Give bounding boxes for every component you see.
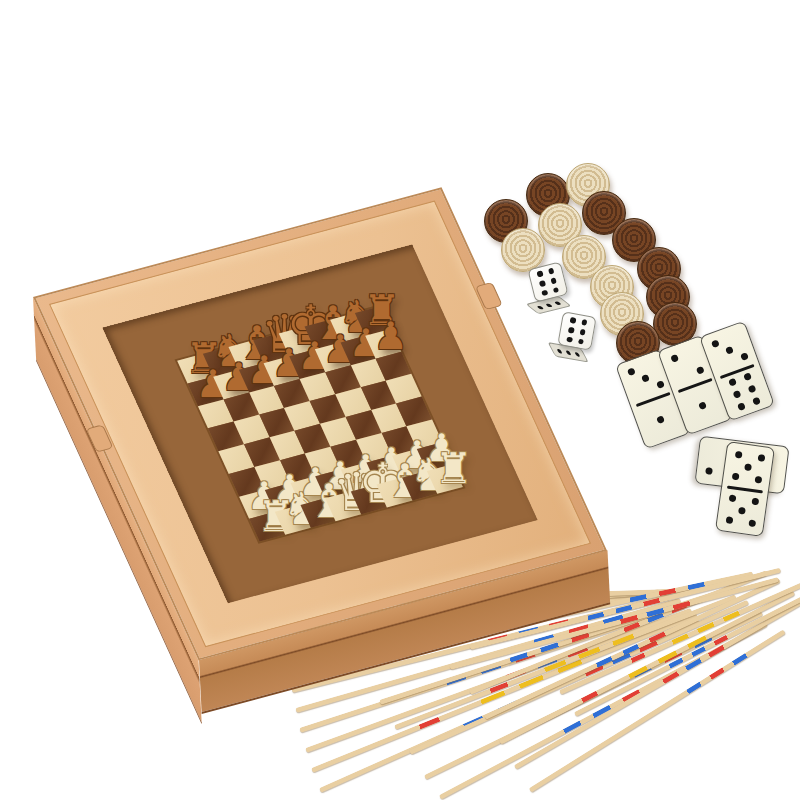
chess-board: ♜♞♝♛♚♝♞♜♟♟♟♟♟♟♟♟♟♟♟♟♟♟♟♟♜♞♝♛♚♝♞♜ xyxy=(175,304,466,544)
die-showing-6 xyxy=(557,311,596,350)
product-photo-stage: ♜♞♝♛♚♝♞♜♟♟♟♟♟♟♟♟♟♟♟♟♟♟♟♟♜♞♝♛♚♝♞♜ xyxy=(0,0,800,800)
piece-brown-rook: ♜ xyxy=(363,290,390,332)
die-showing-6 xyxy=(527,261,568,302)
checker-cream xyxy=(501,228,545,272)
